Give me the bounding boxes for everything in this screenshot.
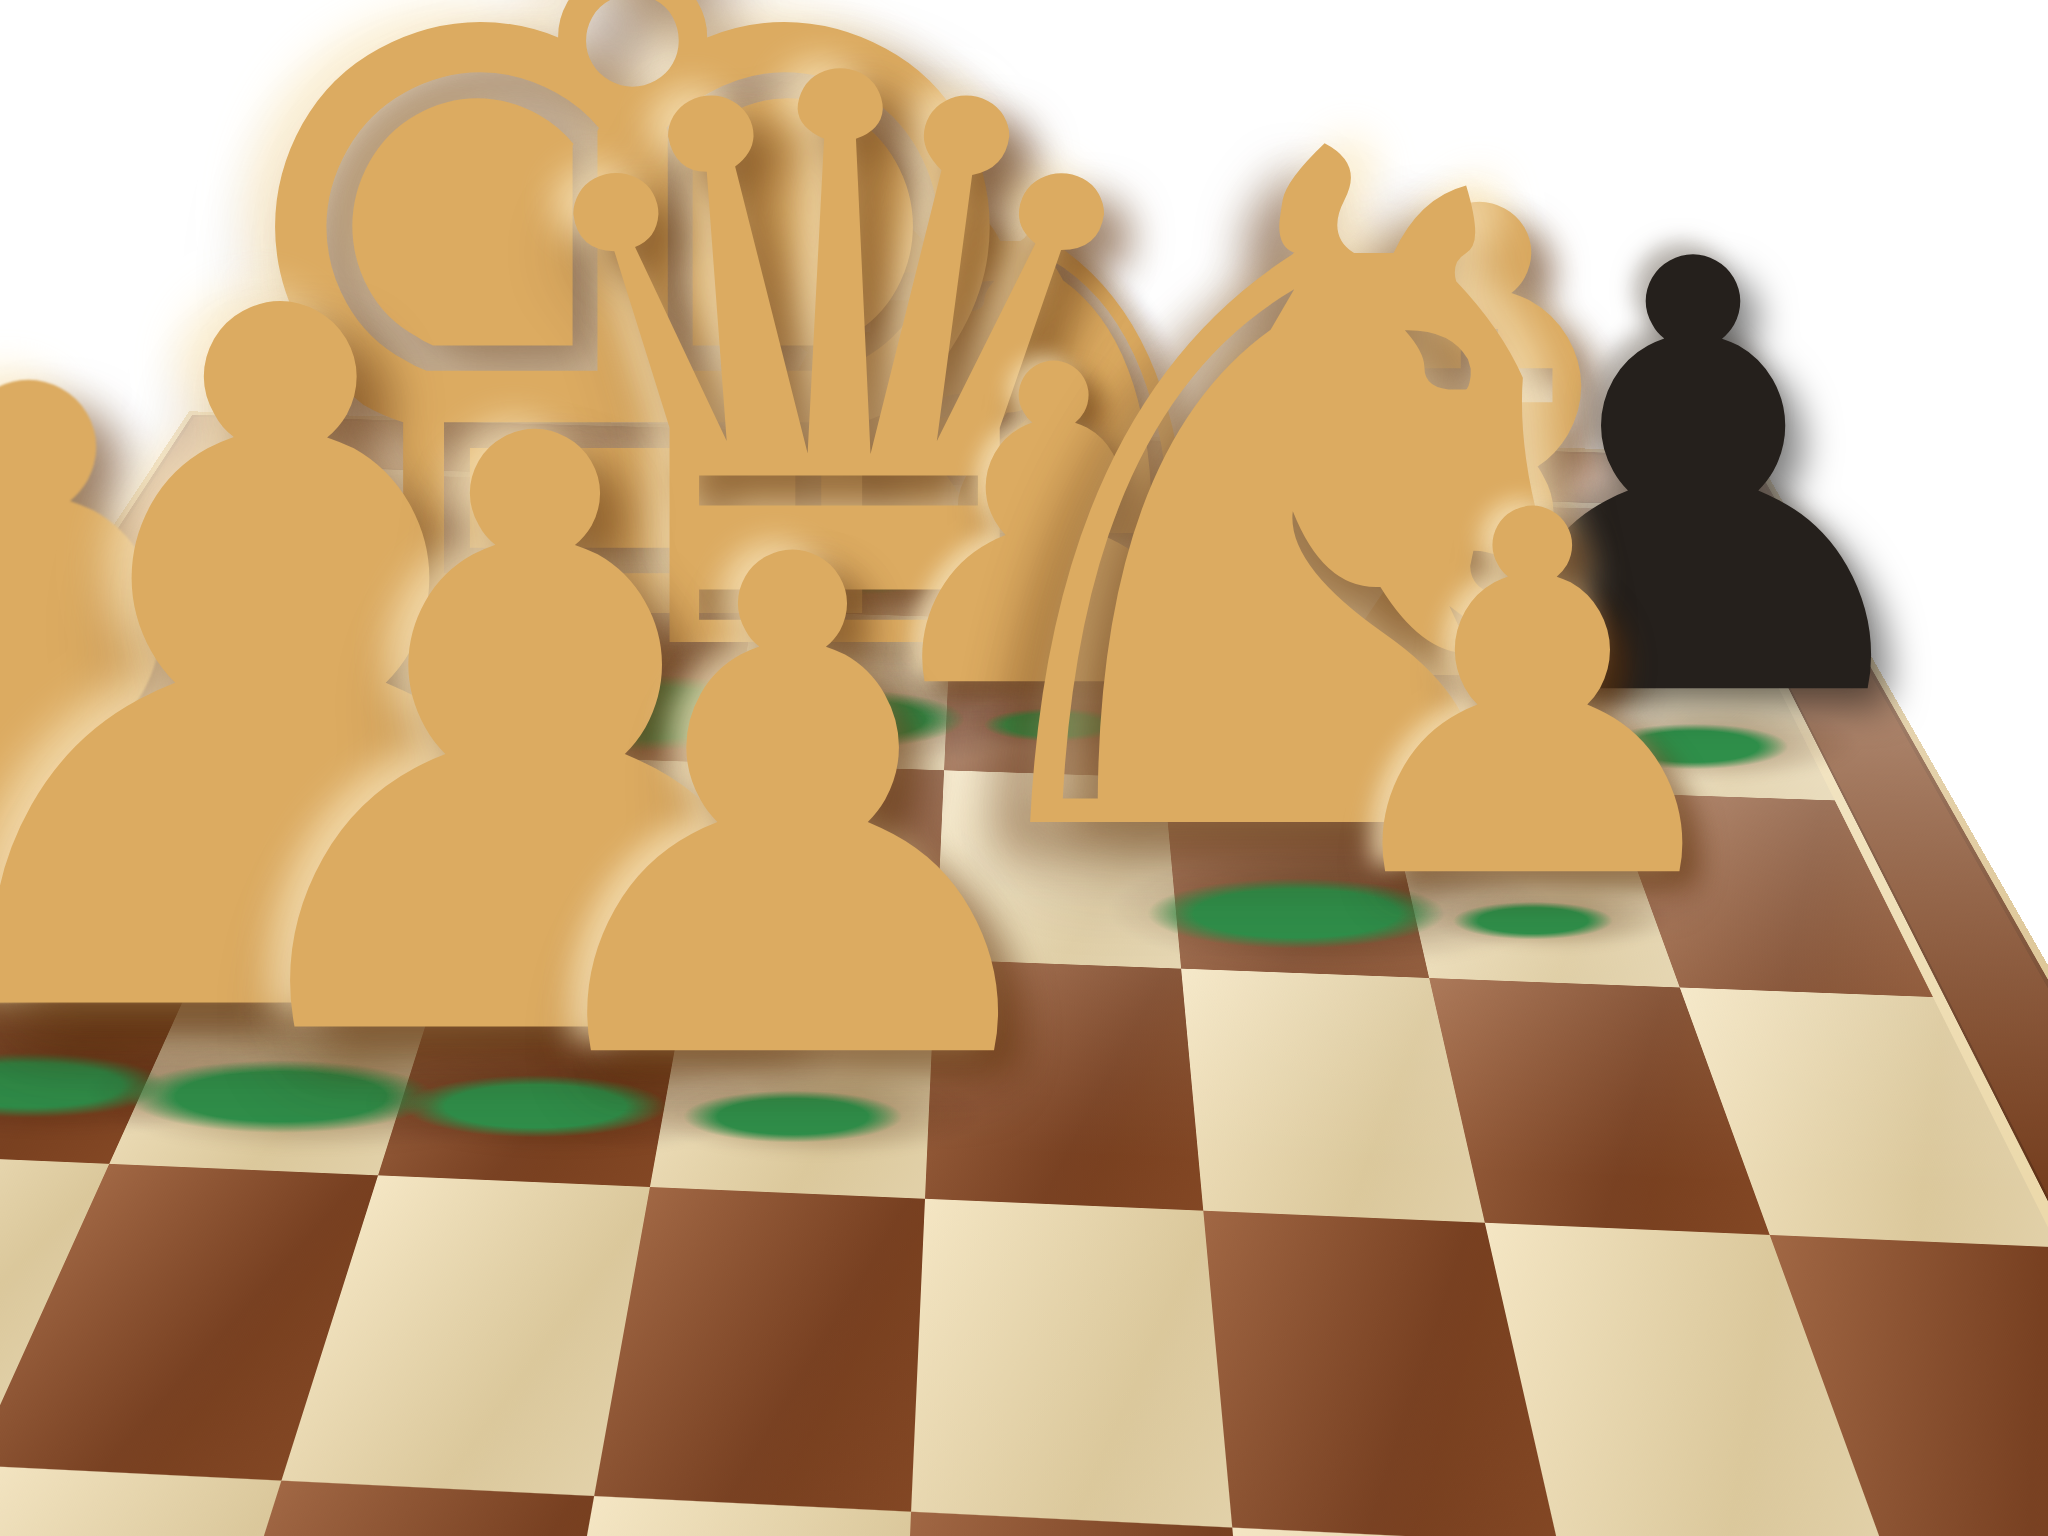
playing-field — [0, 465, 2048, 1536]
square-d8 — [754, 486, 957, 618]
square-d7 — [726, 611, 950, 770]
square-d5 — [650, 950, 936, 1199]
square-e8 — [951, 491, 1150, 624]
board-photo: ♝♞♟♟♚♛♝♟♞♟♟♟♟♟ — [0, 0, 2048, 1536]
perspective-scene — [0, 0, 2048, 1536]
squares-grid — [0, 471, 2048, 1536]
square-f8 — [1138, 496, 1350, 630]
square-d6 — [693, 763, 944, 959]
square-d4 — [594, 1187, 925, 1512]
square-e4 — [911, 1199, 1232, 1528]
square-e7 — [944, 617, 1164, 778]
chess-board — [0, 411, 2048, 1536]
square-f7 — [1150, 623, 1386, 785]
square-f6 — [1164, 778, 1429, 978]
square-e5 — [925, 959, 1203, 1210]
square-c8 — [559, 481, 777, 611]
square-e6 — [936, 770, 1181, 968]
